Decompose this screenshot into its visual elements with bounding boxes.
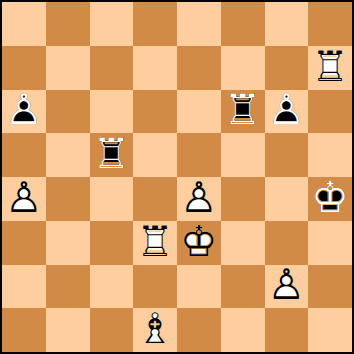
square-e7[interactable] <box>177 46 221 90</box>
square-g1[interactable] <box>265 308 309 352</box>
square-b8[interactable] <box>46 2 90 46</box>
piece-white-bishop-d1[interactable]: ♝♗ <box>133 308 177 352</box>
square-e3[interactable]: ♚♔ <box>177 221 221 265</box>
square-g8[interactable] <box>265 2 309 46</box>
square-a5[interactable] <box>2 133 46 177</box>
square-g6[interactable]: ♟♙ <box>265 90 309 134</box>
square-c7[interactable] <box>90 46 134 90</box>
square-g4[interactable] <box>265 177 309 221</box>
piece-black-pawn-g6[interactable]: ♟♙ <box>265 90 309 134</box>
square-g3[interactable] <box>265 221 309 265</box>
square-b5[interactable] <box>46 133 90 177</box>
square-a2[interactable] <box>2 265 46 309</box>
square-h1[interactable] <box>308 308 352 352</box>
square-g5[interactable] <box>265 133 309 177</box>
square-f1[interactable] <box>221 308 265 352</box>
square-d4[interactable] <box>133 177 177 221</box>
rook-glyph-outline: ♖ <box>90 133 134 177</box>
pawn-glyph-outline: ♙ <box>2 90 46 134</box>
square-a6[interactable]: ♟♙ <box>2 90 46 134</box>
square-a3[interactable] <box>2 221 46 265</box>
piece-black-rook-c5[interactable]: ♜♖ <box>90 133 134 177</box>
square-e4[interactable]: ♟♙ <box>177 177 221 221</box>
pawn-glyph-outline: ♙ <box>2 177 46 221</box>
square-h4[interactable]: ♚♔ <box>308 177 352 221</box>
piece-white-rook-d3[interactable]: ♜♖ <box>133 221 177 265</box>
square-d1[interactable]: ♝♗ <box>133 308 177 352</box>
piece-white-king-e3[interactable]: ♚♔ <box>177 221 221 265</box>
square-f3[interactable] <box>221 221 265 265</box>
square-a8[interactable] <box>2 2 46 46</box>
square-f2[interactable] <box>221 265 265 309</box>
square-d3[interactable]: ♜♖ <box>133 221 177 265</box>
square-b6[interactable] <box>46 90 90 134</box>
square-f7[interactable] <box>221 46 265 90</box>
square-a4[interactable]: ♟♙ <box>2 177 46 221</box>
square-e1[interactable] <box>177 308 221 352</box>
pawn-glyph-outline: ♙ <box>265 90 309 134</box>
square-h5[interactable] <box>308 133 352 177</box>
king-glyph-outline: ♔ <box>177 221 221 265</box>
square-f5[interactable] <box>221 133 265 177</box>
square-f8[interactable] <box>221 2 265 46</box>
square-e6[interactable] <box>177 90 221 134</box>
square-b3[interactable] <box>46 221 90 265</box>
square-f6[interactable]: ♜♖ <box>221 90 265 134</box>
square-b7[interactable] <box>46 46 90 90</box>
square-h7[interactable]: ♜♖ <box>308 46 352 90</box>
square-c5[interactable]: ♜♖ <box>90 133 134 177</box>
square-f4[interactable] <box>221 177 265 221</box>
square-d8[interactable] <box>133 2 177 46</box>
square-b2[interactable] <box>46 265 90 309</box>
square-a1[interactable] <box>2 308 46 352</box>
square-e2[interactable] <box>177 265 221 309</box>
square-g2[interactable]: ♟♙ <box>265 265 309 309</box>
chess-board: ♜♖♟♙♜♖♟♙♜♖♟♙♟♙♚♔♜♖♚♔♟♙♝♗ <box>0 0 354 354</box>
rook-glyph-outline: ♖ <box>221 90 265 134</box>
square-e8[interactable] <box>177 2 221 46</box>
square-h2[interactable] <box>308 265 352 309</box>
piece-white-rook-h7[interactable]: ♜♖ <box>308 46 352 90</box>
pawn-glyph-outline: ♙ <box>177 177 221 221</box>
piece-white-pawn-a4[interactable]: ♟♙ <box>2 177 46 221</box>
square-d7[interactable] <box>133 46 177 90</box>
king-glyph-outline: ♔ <box>308 177 352 221</box>
square-c6[interactable] <box>90 90 134 134</box>
square-g7[interactable] <box>265 46 309 90</box>
square-c1[interactable] <box>90 308 134 352</box>
square-c3[interactable] <box>90 221 134 265</box>
piece-white-pawn-e4[interactable]: ♟♙ <box>177 177 221 221</box>
piece-white-pawn-g2[interactable]: ♟♙ <box>265 265 309 309</box>
square-h8[interactable] <box>308 2 352 46</box>
square-b4[interactable] <box>46 177 90 221</box>
piece-black-pawn-a6[interactable]: ♟♙ <box>2 90 46 134</box>
square-c4[interactable] <box>90 177 134 221</box>
square-c8[interactable] <box>90 2 134 46</box>
square-b1[interactable] <box>46 308 90 352</box>
piece-black-king-h4[interactable]: ♚♔ <box>308 177 352 221</box>
square-d2[interactable] <box>133 265 177 309</box>
rook-glyph-outline: ♖ <box>133 221 177 265</box>
piece-black-rook-f6[interactable]: ♜♖ <box>221 90 265 134</box>
square-h6[interactable] <box>308 90 352 134</box>
square-d5[interactable] <box>133 133 177 177</box>
square-e5[interactable] <box>177 133 221 177</box>
square-h3[interactable] <box>308 221 352 265</box>
square-a7[interactable] <box>2 46 46 90</box>
bishop-glyph-outline: ♗ <box>133 308 177 352</box>
rook-glyph-outline: ♖ <box>308 46 352 90</box>
pawn-glyph-outline: ♙ <box>265 265 309 309</box>
square-d6[interactable] <box>133 90 177 134</box>
square-c2[interactable] <box>90 265 134 309</box>
